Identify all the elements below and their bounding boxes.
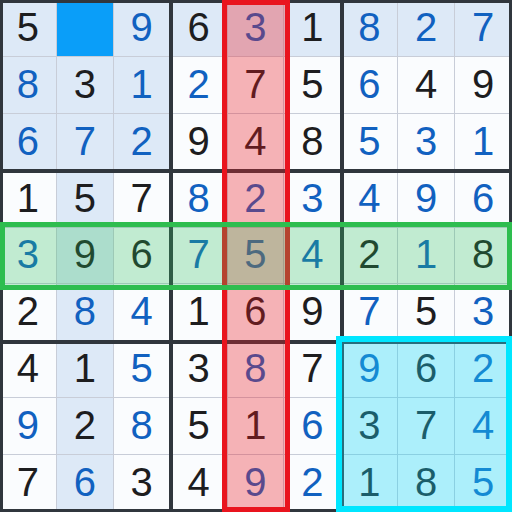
digit: 8 (301, 121, 323, 163)
cell-r6c8[interactable]: 5 (398, 284, 455, 341)
cell-r5c7[interactable]: 2 (341, 228, 398, 285)
digit: 2 (415, 7, 437, 49)
digit: 3 (472, 291, 494, 333)
digit: 9 (301, 291, 323, 333)
cell-r9c1[interactable]: 7 (0, 455, 57, 512)
digit: 9 (17, 405, 39, 447)
digit: 9 (358, 348, 380, 390)
cell-r6c7[interactable]: 7 (341, 284, 398, 341)
digit: 4 (358, 178, 380, 220)
cell-r6c2[interactable]: 8 (57, 284, 114, 341)
digit: 8 (17, 64, 39, 106)
cell-r4c1[interactable]: 1 (0, 171, 57, 228)
cell-r7c5[interactable]: 8 (228, 341, 285, 398)
cell-r9c9[interactable]: 5 (455, 455, 512, 512)
cell-r8c1[interactable]: 9 (0, 398, 57, 455)
digit: 5 (301, 64, 323, 106)
digit: 7 (301, 348, 323, 390)
digit: 6 (187, 7, 209, 49)
digit: 7 (187, 234, 209, 276)
cell-r7c6[interactable]: 7 (284, 341, 341, 398)
digit: 1 (415, 234, 437, 276)
digit: 7 (415, 405, 437, 447)
cell-r1c1[interactable]: 5 (0, 0, 57, 57)
cell-r7c7[interactable]: 9 (341, 341, 398, 398)
digit: 8 (187, 178, 209, 220)
cell-r5c1[interactable]: 3 (0, 228, 57, 285)
digit: 1 (301, 7, 323, 49)
digit: 5 (472, 462, 494, 504)
cell-r3c3[interactable]: 2 (114, 114, 171, 171)
digit: 7 (131, 178, 153, 220)
cell-r1c2[interactable] (57, 0, 114, 57)
cell-r3c1[interactable]: 6 (0, 114, 57, 171)
sudoku-grid: 5963182783127564967294853115782349639675… (0, 0, 512, 512)
digit: 2 (301, 462, 323, 504)
digit: 7 (472, 7, 494, 49)
digit: 9 (244, 462, 266, 504)
digit: 9 (74, 234, 96, 276)
digit: 3 (17, 234, 39, 276)
cell-r3c8[interactable]: 3 (398, 114, 455, 171)
cell-r3c2[interactable]: 7 (57, 114, 114, 171)
cell-r2c3[interactable]: 1 (114, 57, 171, 114)
cell-r6c9[interactable]: 3 (455, 284, 512, 341)
cell-r1c5[interactable]: 3 (228, 0, 285, 57)
digit: 3 (301, 178, 323, 220)
digit: 5 (244, 234, 266, 276)
digit: 8 (472, 234, 494, 276)
digit: 1 (472, 121, 494, 163)
digit: 5 (17, 7, 39, 49)
digit: 5 (358, 121, 380, 163)
cell-r8c4[interactable]: 5 (171, 398, 228, 455)
digit: 6 (244, 291, 266, 333)
cell-r4c3[interactable]: 7 (114, 171, 171, 228)
cell-r4c2[interactable]: 5 (57, 171, 114, 228)
digit: 6 (131, 234, 153, 276)
digit: 7 (358, 291, 380, 333)
digit: 8 (74, 291, 96, 333)
cell-r6c5[interactable]: 6 (228, 284, 285, 341)
cell-r4c4[interactable]: 8 (171, 171, 228, 228)
cell-r8c6[interactable]: 6 (284, 398, 341, 455)
digit: 6 (358, 64, 380, 106)
digit: 1 (244, 405, 266, 447)
cell-r6c4[interactable]: 1 (171, 284, 228, 341)
digit: 6 (17, 121, 39, 163)
cell-r5c2[interactable]: 9 (57, 228, 114, 285)
digit: 9 (415, 178, 437, 220)
cell-r9c7[interactable]: 1 (341, 455, 398, 512)
digit: 3 (415, 121, 437, 163)
cell-r2c1[interactable]: 8 (0, 57, 57, 114)
cell-r4c7[interactable]: 4 (341, 171, 398, 228)
digit: 4 (415, 64, 437, 106)
cell-r5c3[interactable]: 6 (114, 228, 171, 285)
digit: 2 (17, 291, 39, 333)
digit: 8 (415, 462, 437, 504)
cell-r1c8[interactable]: 2 (398, 0, 455, 57)
cell-r3c7[interactable]: 5 (341, 114, 398, 171)
digit: 1 (17, 178, 39, 220)
digit: 8 (131, 405, 153, 447)
cell-r3c4[interactable]: 9 (171, 114, 228, 171)
cell-r5c6[interactable]: 4 (284, 228, 341, 285)
cell-r2c8[interactable]: 4 (398, 57, 455, 114)
cell-r2c9[interactable]: 9 (455, 57, 512, 114)
cell-r5c9[interactable]: 8 (455, 228, 512, 285)
cell-r9c6[interactable]: 2 (284, 455, 341, 512)
cell-r8c8[interactable]: 7 (398, 398, 455, 455)
sudoku-board: 5963182783127564967294853115782349639675… (0, 0, 512, 512)
digit: 7 (74, 121, 96, 163)
digit: 8 (244, 348, 266, 390)
cell-r6c3[interactable]: 4 (114, 284, 171, 341)
digit: 9 (472, 64, 494, 106)
digit: 5 (131, 348, 153, 390)
cell-r7c9[interactable]: 2 (455, 341, 512, 398)
cell-r2c7[interactable]: 6 (341, 57, 398, 114)
digit: 1 (131, 64, 153, 106)
cell-r2c2[interactable]: 3 (57, 57, 114, 114)
cell-r8c2[interactable]: 2 (57, 398, 114, 455)
cell-r5c4[interactable]: 7 (171, 228, 228, 285)
digit: 9 (187, 121, 209, 163)
cell-r2c6[interactable]: 5 (284, 57, 341, 114)
cell-r8c9[interactable]: 4 (455, 398, 512, 455)
cell-r4c6[interactable]: 3 (284, 171, 341, 228)
digit: 4 (131, 291, 153, 333)
cell-r1c6[interactable]: 1 (284, 0, 341, 57)
digit: 3 (358, 405, 380, 447)
cell-r9c8[interactable]: 8 (398, 455, 455, 512)
cell-r7c4[interactable]: 3 (171, 341, 228, 398)
digit: 1 (187, 291, 209, 333)
digit: 2 (358, 234, 380, 276)
cell-r5c5[interactable]: 5 (228, 228, 285, 285)
digit: 5 (415, 291, 437, 333)
digit: 5 (74, 178, 96, 220)
cell-r3c6[interactable]: 8 (284, 114, 341, 171)
digit: 2 (131, 121, 153, 163)
cell-r6c1[interactable]: 2 (0, 284, 57, 341)
digit: 6 (301, 405, 323, 447)
digit: 2 (187, 64, 209, 106)
cell-r5c8[interactable]: 1 (398, 228, 455, 285)
digit: 4 (301, 234, 323, 276)
digit: 9 (131, 7, 153, 49)
cell-r6c6[interactable]: 9 (284, 284, 341, 341)
cell-r7c2[interactable]: 1 (57, 341, 114, 398)
digit: 1 (74, 348, 96, 390)
digit: 3 (131, 462, 153, 504)
cell-r9c4[interactable]: 4 (171, 455, 228, 512)
cell-r2c4[interactable]: 2 (171, 57, 228, 114)
cell-r4c5[interactable]: 2 (228, 171, 285, 228)
digit: 3 (187, 348, 209, 390)
cell-r9c3[interactable]: 3 (114, 455, 171, 512)
digit: 8 (358, 7, 380, 49)
digit: 4 (472, 405, 494, 447)
cell-r8c3[interactable]: 8 (114, 398, 171, 455)
digit: 1 (358, 462, 380, 504)
digit: 4 (244, 121, 266, 163)
cell-r3c9[interactable]: 1 (455, 114, 512, 171)
digit: 7 (244, 64, 266, 106)
cell-r2c5[interactable]: 7 (228, 57, 285, 114)
digit: 2 (472, 348, 494, 390)
cell-r1c7[interactable]: 8 (341, 0, 398, 57)
digit: 2 (74, 405, 96, 447)
cell-r7c1[interactable]: 4 (0, 341, 57, 398)
cell-r8c5[interactable]: 1 (228, 398, 285, 455)
digit: 4 (187, 462, 209, 504)
cell-r9c2[interactable]: 6 (57, 455, 114, 512)
cell-r7c3[interactable]: 5 (114, 341, 171, 398)
digit: 4 (17, 348, 39, 390)
digit: 3 (244, 7, 266, 49)
cell-r1c3[interactable]: 9 (114, 0, 171, 57)
cell-r8c7[interactable]: 3 (341, 398, 398, 455)
digit: 3 (74, 64, 96, 106)
cell-r7c8[interactable]: 6 (398, 341, 455, 398)
cell-r9c5[interactable]: 9 (228, 455, 285, 512)
digit: 6 (415, 348, 437, 390)
cell-r4c8[interactable]: 9 (398, 171, 455, 228)
cell-r1c4[interactable]: 6 (171, 0, 228, 57)
cell-r1c9[interactable]: 7 (455, 0, 512, 57)
cell-r3c5[interactable]: 4 (228, 114, 285, 171)
cell-r4c9[interactable]: 6 (455, 171, 512, 228)
digit: 6 (74, 462, 96, 504)
digit: 6 (472, 178, 494, 220)
digit: 7 (17, 462, 39, 504)
digit: 2 (244, 178, 266, 220)
digit: 5 (187, 405, 209, 447)
